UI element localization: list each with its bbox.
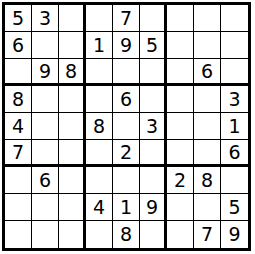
- sudoku-cell[interactable]: [167, 59, 194, 86]
- sudoku-cell[interactable]: [140, 59, 167, 86]
- sudoku-cell[interactable]: 5: [221, 194, 248, 221]
- sudoku-cell[interactable]: [221, 167, 248, 194]
- sudoku-cell[interactable]: 6: [5, 32, 32, 59]
- sudoku-cell[interactable]: 6: [221, 140, 248, 167]
- sudoku-cell[interactable]: [167, 32, 194, 59]
- sudoku-cell[interactable]: [140, 221, 167, 248]
- sudoku-cell[interactable]: 8: [86, 113, 113, 140]
- sudoku-cell[interactable]: [167, 113, 194, 140]
- sudoku-cell[interactable]: 3: [32, 5, 59, 32]
- sudoku-cell[interactable]: 9: [221, 221, 248, 248]
- sudoku-cell[interactable]: 7: [113, 5, 140, 32]
- sudoku-cell[interactable]: [32, 86, 59, 113]
- sudoku-cell[interactable]: [194, 32, 221, 59]
- sudoku-cell[interactable]: 9: [140, 194, 167, 221]
- sudoku-cell[interactable]: [86, 86, 113, 113]
- sudoku-cell[interactable]: [32, 221, 59, 248]
- sudoku-cell[interactable]: [140, 167, 167, 194]
- sudoku-cell[interactable]: 8: [5, 86, 32, 113]
- sudoku-cell[interactable]: [221, 5, 248, 32]
- sudoku-cell[interactable]: [32, 32, 59, 59]
- sudoku-cell[interactable]: 4: [5, 113, 32, 140]
- sudoku-cell[interactable]: 1: [86, 32, 113, 59]
- sudoku-cell[interactable]: [194, 140, 221, 167]
- sudoku-cell[interactable]: 9: [32, 59, 59, 86]
- sudoku-cell[interactable]: [59, 113, 86, 140]
- sudoku-cell[interactable]: [194, 113, 221, 140]
- sudoku-cell[interactable]: [167, 194, 194, 221]
- sudoku-cell[interactable]: 6: [113, 86, 140, 113]
- sudoku-cell[interactable]: [59, 5, 86, 32]
- sudoku-cell[interactable]: 5: [140, 32, 167, 59]
- sudoku-cell[interactable]: [113, 167, 140, 194]
- sudoku-cell[interactable]: [86, 59, 113, 86]
- sudoku-cell[interactable]: [167, 140, 194, 167]
- sudoku-cell[interactable]: [32, 113, 59, 140]
- sudoku-cell[interactable]: 5: [5, 5, 32, 32]
- sudoku-cell[interactable]: 2: [113, 140, 140, 167]
- sudoku-cell[interactable]: 8: [113, 221, 140, 248]
- sudoku-cell[interactable]: [167, 221, 194, 248]
- sudoku-cell[interactable]: [5, 167, 32, 194]
- sudoku-cell[interactable]: 6: [194, 59, 221, 86]
- sudoku-cell[interactable]: [86, 221, 113, 248]
- sudoku-cell[interactable]: [167, 5, 194, 32]
- sudoku-cell[interactable]: [86, 5, 113, 32]
- sudoku-cell[interactable]: [5, 194, 32, 221]
- sudoku-cell[interactable]: [140, 140, 167, 167]
- page: 537619598686348317266284195879: [0, 0, 255, 253]
- sudoku-cell[interactable]: [140, 86, 167, 113]
- sudoku-cell[interactable]: [86, 140, 113, 167]
- sudoku-cell[interactable]: [59, 167, 86, 194]
- sudoku-cell[interactable]: [221, 32, 248, 59]
- sudoku-cell[interactable]: 9: [113, 32, 140, 59]
- sudoku-cell[interactable]: 1: [221, 113, 248, 140]
- sudoku-board: 537619598686348317266284195879: [2, 2, 251, 251]
- sudoku-cell[interactable]: 3: [140, 113, 167, 140]
- sudoku-cell[interactable]: [221, 59, 248, 86]
- sudoku-cell[interactable]: [59, 32, 86, 59]
- sudoku-cell[interactable]: [113, 59, 140, 86]
- sudoku-cell[interactable]: [140, 5, 167, 32]
- sudoku-cell[interactable]: [194, 5, 221, 32]
- sudoku-cell[interactable]: [32, 140, 59, 167]
- sudoku-cell[interactable]: 3: [221, 86, 248, 113]
- sudoku-cell[interactable]: [59, 194, 86, 221]
- sudoku-cell[interactable]: [113, 113, 140, 140]
- sudoku-cell[interactable]: 6: [32, 167, 59, 194]
- sudoku-cell[interactable]: [86, 167, 113, 194]
- sudoku-cell[interactable]: [194, 86, 221, 113]
- sudoku-cell[interactable]: [194, 194, 221, 221]
- sudoku-cell[interactable]: [5, 59, 32, 86]
- sudoku-cell[interactable]: 7: [194, 221, 221, 248]
- sudoku-cell[interactable]: 8: [59, 59, 86, 86]
- sudoku-cell[interactable]: 8: [194, 167, 221, 194]
- sudoku-cell[interactable]: [32, 194, 59, 221]
- sudoku-cell[interactable]: 7: [5, 140, 32, 167]
- sudoku-cell[interactable]: 4: [86, 194, 113, 221]
- sudoku-cell[interactable]: [59, 86, 86, 113]
- sudoku-cell[interactable]: [59, 221, 86, 248]
- sudoku-cell[interactable]: [5, 221, 32, 248]
- sudoku-cell[interactable]: [167, 86, 194, 113]
- sudoku-cell[interactable]: [59, 140, 86, 167]
- sudoku-cell[interactable]: 2: [167, 167, 194, 194]
- sudoku-cell[interactable]: 1: [113, 194, 140, 221]
